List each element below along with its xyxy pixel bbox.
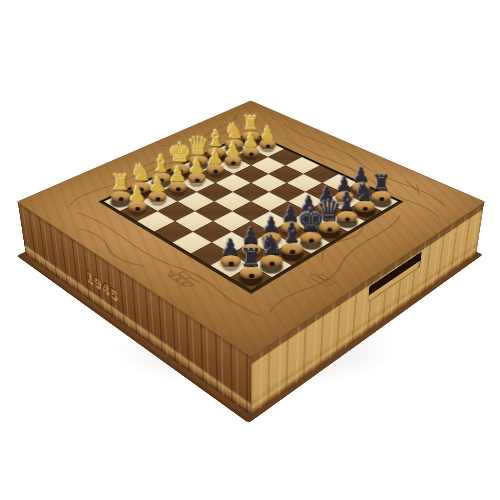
piece-gold-pawn[interactable]: ♟ [120, 163, 155, 212]
tank-engraving-2 [308, 271, 338, 288]
wooden-socle [240, 267, 263, 279]
photo-scene: ♜♞♝♛♚♝♞♜♟♟♟♟♟♟♟♟♟♟♟♟♟♟♟♟♜♞♝♛♚♝♞♜ 1945 [0, 0, 500, 500]
relief-year-text: 1945 [86, 268, 119, 305]
tank-engraving [165, 268, 201, 290]
piece-dark-rook[interactable]: ♜ [232, 225, 271, 279]
wooden-socle [128, 201, 146, 212]
